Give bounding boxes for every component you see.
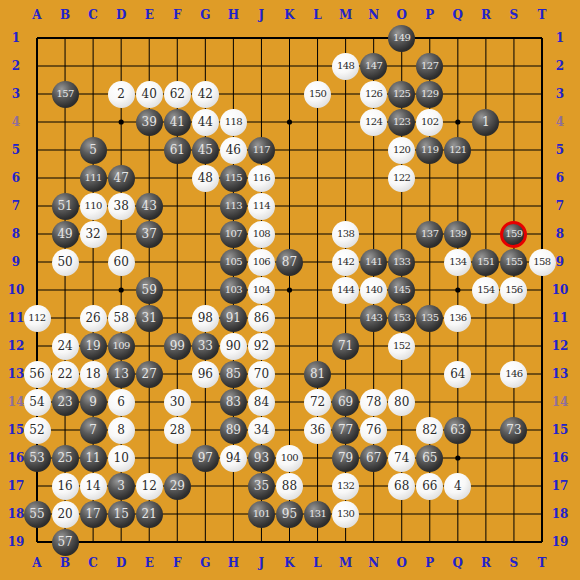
stone-b18-move-20[interactable]: 20 xyxy=(52,501,79,528)
stone-move-number: 45 xyxy=(198,144,213,156)
stone-move-number: 135 xyxy=(421,313,438,323)
stone-c18-move-17[interactable]: 17 xyxy=(80,501,107,528)
stone-n9-move-141[interactable]: 141 xyxy=(360,249,387,276)
stone-g11-move-98[interactable]: 98 xyxy=(192,305,219,332)
stone-l13-move-81[interactable]: 81 xyxy=(304,361,331,388)
stone-h4-move-118[interactable]: 118 xyxy=(220,109,247,136)
stone-g12-move-33[interactable]: 33 xyxy=(192,333,219,360)
stone-f12-move-99[interactable]: 99 xyxy=(164,333,191,360)
stone-j10-move-104[interactable]: 104 xyxy=(248,277,275,304)
stone-move-number: 113 xyxy=(225,201,242,211)
stone-f14-move-30[interactable]: 30 xyxy=(164,389,191,416)
stone-j15-move-34[interactable]: 34 xyxy=(248,417,275,444)
stone-h14-move-83[interactable]: 83 xyxy=(220,389,247,416)
col-label-bottom-p: P xyxy=(425,557,434,569)
stone-move-number: 92 xyxy=(254,340,269,352)
stone-j11-move-86[interactable]: 86 xyxy=(248,305,275,332)
stone-e4-move-39[interactable]: 39 xyxy=(136,109,163,136)
stone-c6-move-111[interactable]: 111 xyxy=(80,165,107,192)
stone-move-number: 82 xyxy=(422,424,437,436)
stone-j12-move-92[interactable]: 92 xyxy=(248,333,275,360)
stone-d7-move-38[interactable]: 38 xyxy=(108,193,135,220)
stone-move-number: 36 xyxy=(310,424,325,436)
stone-g16-move-97[interactable]: 97 xyxy=(192,445,219,472)
stone-d13-move-13[interactable]: 13 xyxy=(108,361,135,388)
row-label-right-19: 19 xyxy=(552,536,569,548)
stone-move-number: 40 xyxy=(142,88,157,100)
stone-move-number: 31 xyxy=(142,312,157,324)
stone-move-number: 97 xyxy=(198,452,213,464)
stone-h8-move-107[interactable]: 107 xyxy=(220,221,247,248)
stone-move-number: 151 xyxy=(477,257,494,267)
stone-b17-move-16[interactable]: 16 xyxy=(52,473,79,500)
stone-h15-move-89[interactable]: 89 xyxy=(220,417,247,444)
stone-o11-move-153[interactable]: 153 xyxy=(388,305,415,332)
stone-b14-move-23[interactable]: 23 xyxy=(52,389,79,416)
stone-o9-move-133[interactable]: 133 xyxy=(388,249,415,276)
stone-move-number: 39 xyxy=(142,116,157,128)
stone-move-number: 24 xyxy=(57,340,72,352)
stone-n2-move-147[interactable]: 147 xyxy=(360,53,387,80)
stone-d15-move-8[interactable]: 8 xyxy=(108,417,135,444)
stone-move-number: 119 xyxy=(421,145,438,155)
stone-move-number: 52 xyxy=(29,424,44,436)
stone-move-number: 2 xyxy=(117,88,125,100)
col-label-top-l: L xyxy=(313,9,321,21)
stone-move-number: 101 xyxy=(253,509,270,519)
stone-j14-move-84[interactable]: 84 xyxy=(248,389,275,416)
stone-move-number: 66 xyxy=(422,480,437,492)
stone-move-number: 55 xyxy=(29,508,44,520)
stone-b16-move-25[interactable]: 25 xyxy=(52,445,79,472)
col-label-bottom-o: O xyxy=(396,557,406,569)
col-label-top-n: N xyxy=(368,9,379,21)
stone-move-number: 111 xyxy=(84,173,101,183)
stone-e7-move-43[interactable]: 43 xyxy=(136,193,163,220)
stone-o6-move-122[interactable]: 122 xyxy=(388,165,415,192)
stone-j17-move-35[interactable]: 35 xyxy=(248,473,275,500)
stone-r10-move-154[interactable]: 154 xyxy=(472,277,499,304)
stone-move-number: 72 xyxy=(310,396,325,408)
stone-k16-move-100[interactable]: 100 xyxy=(276,445,303,472)
row-label-right-7: 7 xyxy=(556,200,564,212)
stone-j13-move-70[interactable]: 70 xyxy=(248,361,275,388)
stone-h7-move-113[interactable]: 113 xyxy=(220,193,247,220)
row-label-right-16: 16 xyxy=(552,452,569,464)
stone-o10-move-145[interactable]: 145 xyxy=(388,277,415,304)
stone-move-number: 129 xyxy=(421,89,438,99)
stone-g13-move-96[interactable]: 96 xyxy=(192,361,219,388)
stone-p16-move-65[interactable]: 65 xyxy=(416,445,443,472)
stone-d11-move-58[interactable]: 58 xyxy=(108,305,135,332)
stone-o4-move-123[interactable]: 123 xyxy=(388,109,415,136)
stone-move-number: 71 xyxy=(338,340,353,352)
col-label-bottom-g: G xyxy=(200,557,210,569)
stone-move-number: 157 xyxy=(56,89,73,99)
stone-n11-move-143[interactable]: 143 xyxy=(360,305,387,332)
stone-move-number: 33 xyxy=(198,340,213,352)
stone-move-number: 25 xyxy=(57,452,72,464)
stone-b12-move-24[interactable]: 24 xyxy=(52,333,79,360)
stone-move-number: 98 xyxy=(198,312,213,324)
stone-d9-move-60[interactable]: 60 xyxy=(108,249,135,276)
col-label-bottom-l: L xyxy=(313,557,321,569)
stone-move-number: 114 xyxy=(253,201,270,211)
stone-move-number: 4 xyxy=(454,480,462,492)
stone-p17-move-66[interactable]: 66 xyxy=(416,473,443,500)
stone-move-number: 87 xyxy=(282,256,297,268)
stone-move-number: 143 xyxy=(365,313,382,323)
stone-move-number: 70 xyxy=(254,368,269,380)
stone-e18-move-21[interactable]: 21 xyxy=(136,501,163,528)
row-label-left-17: 17 xyxy=(8,480,25,492)
stone-move-number: 18 xyxy=(85,368,100,380)
row-label-right-10: 10 xyxy=(552,284,569,296)
stone-move-number: 78 xyxy=(366,396,381,408)
stone-q13-move-64[interactable]: 64 xyxy=(444,361,471,388)
stone-h9-move-105[interactable]: 105 xyxy=(220,249,247,276)
stone-p11-move-135[interactable]: 135 xyxy=(416,305,443,332)
stone-move-number: 130 xyxy=(337,509,354,519)
stone-d6-move-47[interactable]: 47 xyxy=(108,165,135,192)
stone-move-number: 54 xyxy=(29,396,44,408)
stone-h6-move-115[interactable]: 115 xyxy=(220,165,247,192)
stone-q5-move-121[interactable]: 121 xyxy=(444,137,471,164)
stone-b19-move-57[interactable]: 57 xyxy=(52,529,79,556)
stone-s15-move-73[interactable]: 73 xyxy=(500,417,527,444)
stone-move-number: 93 xyxy=(254,452,269,464)
stone-o3-move-125[interactable]: 125 xyxy=(388,81,415,108)
stone-move-number: 27 xyxy=(142,368,157,380)
stone-move-number: 7 xyxy=(89,424,97,436)
stone-move-number: 49 xyxy=(57,228,72,240)
stone-b9-move-50[interactable]: 50 xyxy=(52,249,79,276)
stone-s9-move-155[interactable]: 155 xyxy=(500,249,527,276)
stone-a11-move-112[interactable]: 112 xyxy=(24,305,51,332)
stone-move-number: 155 xyxy=(505,257,522,267)
row-label-right-8: 8 xyxy=(556,228,564,240)
stone-move-number: 147 xyxy=(365,61,382,71)
stone-p5-move-119[interactable]: 119 xyxy=(416,137,443,164)
stone-p15-move-82[interactable]: 82 xyxy=(416,417,443,444)
row-label-left-6: 6 xyxy=(12,172,20,184)
stone-r4-move-1[interactable]: 1 xyxy=(472,109,499,136)
stone-move-number: 131 xyxy=(309,509,326,519)
stone-move-number: 104 xyxy=(253,285,270,295)
stone-move-number: 69 xyxy=(338,396,353,408)
stone-move-number: 74 xyxy=(394,452,409,464)
row-label-left-5: 5 xyxy=(12,144,20,156)
stone-o16-move-74[interactable]: 74 xyxy=(388,445,415,472)
col-label-bottom-s: S xyxy=(510,557,519,569)
stone-move-number: 116 xyxy=(253,173,270,183)
stone-g5-move-45[interactable]: 45 xyxy=(192,137,219,164)
col-label-bottom-f: F xyxy=(173,557,182,569)
stone-n3-move-126[interactable]: 126 xyxy=(360,81,387,108)
stone-c7-move-110[interactable]: 110 xyxy=(80,193,107,220)
stone-s8-move-159[interactable]: 159 xyxy=(500,221,527,248)
col-label-bottom-k: K xyxy=(284,557,294,569)
stone-move-number: 58 xyxy=(114,312,129,324)
stone-move-number: 10 xyxy=(114,452,129,464)
stone-n15-move-76[interactable]: 76 xyxy=(360,417,387,444)
stone-c5-move-5[interactable]: 5 xyxy=(80,137,107,164)
stone-f5-move-61[interactable]: 61 xyxy=(164,137,191,164)
stone-c11-move-26[interactable]: 26 xyxy=(80,305,107,332)
star-point-d10 xyxy=(119,287,124,292)
stone-move-number: 110 xyxy=(84,201,101,211)
stone-e17-move-12[interactable]: 12 xyxy=(136,473,163,500)
stone-move-number: 19 xyxy=(85,340,100,352)
stone-a14-move-54[interactable]: 54 xyxy=(24,389,51,416)
stone-j18-move-101[interactable]: 101 xyxy=(248,501,275,528)
stone-o5-move-120[interactable]: 120 xyxy=(388,137,415,164)
stone-move-number: 15 xyxy=(114,508,129,520)
stone-r9-move-151[interactable]: 151 xyxy=(472,249,499,276)
stone-l18-move-131[interactable]: 131 xyxy=(304,501,331,528)
stone-move-number: 59 xyxy=(142,284,157,296)
stone-move-number: 63 xyxy=(450,424,465,436)
stone-move-number: 117 xyxy=(253,145,270,155)
stone-move-number: 145 xyxy=(393,285,410,295)
star-point-q10 xyxy=(455,287,460,292)
stone-p4-move-102[interactable]: 102 xyxy=(416,109,443,136)
stone-j6-move-116[interactable]: 116 xyxy=(248,165,275,192)
stone-move-number: 89 xyxy=(226,424,241,436)
stone-move-number: 56 xyxy=(29,368,44,380)
stone-o14-move-80[interactable]: 80 xyxy=(388,389,415,416)
stone-p2-move-127[interactable]: 127 xyxy=(416,53,443,80)
stone-move-number: 14 xyxy=(85,480,100,492)
stone-o1-move-149[interactable]: 149 xyxy=(388,25,415,52)
stone-move-number: 44 xyxy=(198,116,213,128)
stone-move-number: 8 xyxy=(117,424,125,436)
stone-c16-move-11[interactable]: 11 xyxy=(80,445,107,472)
stone-m8-move-138[interactable]: 138 xyxy=(332,221,359,248)
stone-move-number: 43 xyxy=(142,200,157,212)
stone-c17-move-14[interactable]: 14 xyxy=(80,473,107,500)
stone-m18-move-130[interactable]: 130 xyxy=(332,501,359,528)
stone-k9-move-87[interactable]: 87 xyxy=(276,249,303,276)
stone-c15-move-7[interactable]: 7 xyxy=(80,417,107,444)
stone-move-number: 141 xyxy=(365,257,382,267)
col-label-top-s: S xyxy=(510,9,519,21)
stone-move-number: 152 xyxy=(393,341,410,351)
stone-move-number: 149 xyxy=(393,33,410,43)
stone-d17-move-3[interactable]: 3 xyxy=(108,473,135,500)
stone-m9-move-142[interactable]: 142 xyxy=(332,249,359,276)
stone-q8-move-139[interactable]: 139 xyxy=(444,221,471,248)
stone-d3-move-2[interactable]: 2 xyxy=(108,81,135,108)
stone-f3-move-62[interactable]: 62 xyxy=(164,81,191,108)
stone-move-number: 150 xyxy=(309,89,326,99)
stone-move-number: 158 xyxy=(533,257,550,267)
stone-j16-move-93[interactable]: 93 xyxy=(248,445,275,472)
stone-move-number: 26 xyxy=(85,312,100,324)
stone-g4-move-44[interactable]: 44 xyxy=(192,109,219,136)
stone-move-number: 17 xyxy=(85,508,100,520)
stone-o17-move-68[interactable]: 68 xyxy=(388,473,415,500)
stone-move-number: 144 xyxy=(337,285,354,295)
row-label-left-18: 18 xyxy=(8,508,25,520)
stone-move-number: 105 xyxy=(225,257,242,267)
stone-n10-move-140[interactable]: 140 xyxy=(360,277,387,304)
row-label-left-11: 11 xyxy=(8,312,25,324)
stone-f4-move-41[interactable]: 41 xyxy=(164,109,191,136)
stone-move-number: 79 xyxy=(338,452,353,464)
stone-move-number: 81 xyxy=(310,368,325,380)
stone-move-number: 34 xyxy=(254,424,269,436)
stone-move-number: 16 xyxy=(57,480,72,492)
stone-j9-move-106[interactable]: 106 xyxy=(248,249,275,276)
stone-c12-move-19[interactable]: 19 xyxy=(80,333,107,360)
stone-m14-move-69[interactable]: 69 xyxy=(332,389,359,416)
stone-c13-move-18[interactable]: 18 xyxy=(80,361,107,388)
col-label-bottom-t: T xyxy=(538,557,547,569)
col-label-bottom-h: H xyxy=(228,557,239,569)
col-label-top-t: T xyxy=(538,9,547,21)
stone-q15-move-63[interactable]: 63 xyxy=(444,417,471,444)
stone-n14-move-78[interactable]: 78 xyxy=(360,389,387,416)
stone-e3-move-40[interactable]: 40 xyxy=(136,81,163,108)
stone-b7-move-51[interactable]: 51 xyxy=(52,193,79,220)
stone-move-number: 65 xyxy=(422,452,437,464)
stone-s13-move-146[interactable]: 146 xyxy=(500,361,527,388)
stone-a18-move-55[interactable]: 55 xyxy=(24,501,51,528)
stone-move-number: 48 xyxy=(198,172,213,184)
stone-h11-move-91[interactable]: 91 xyxy=(220,305,247,332)
col-label-top-b: B xyxy=(60,9,70,21)
stone-h5-move-46[interactable]: 46 xyxy=(220,137,247,164)
stone-move-number: 50 xyxy=(57,256,72,268)
stone-b8-move-49[interactable]: 49 xyxy=(52,221,79,248)
stone-move-number: 60 xyxy=(114,256,129,268)
stone-j5-move-117[interactable]: 117 xyxy=(248,137,275,164)
stone-m17-move-132[interactable]: 132 xyxy=(332,473,359,500)
stone-move-number: 100 xyxy=(281,453,298,463)
stone-e8-move-37[interactable]: 37 xyxy=(136,221,163,248)
stone-e11-move-31[interactable]: 31 xyxy=(136,305,163,332)
stone-g6-move-48[interactable]: 48 xyxy=(192,165,219,192)
stone-move-number: 85 xyxy=(226,368,241,380)
stone-k17-move-88[interactable]: 88 xyxy=(276,473,303,500)
stone-a15-move-52[interactable]: 52 xyxy=(24,417,51,444)
stone-move-number: 51 xyxy=(57,200,72,212)
col-label-top-m: M xyxy=(339,9,352,21)
stone-move-number: 125 xyxy=(393,89,410,99)
stone-move-number: 20 xyxy=(57,508,72,520)
stone-c8-move-32[interactable]: 32 xyxy=(80,221,107,248)
col-label-bottom-a: A xyxy=(32,557,41,569)
row-label-left-8: 8 xyxy=(12,228,20,240)
stone-move-number: 57 xyxy=(57,536,72,548)
stone-move-number: 122 xyxy=(393,173,410,183)
stone-move-number: 3 xyxy=(117,480,125,492)
stone-f15-move-28[interactable]: 28 xyxy=(164,417,191,444)
stone-d12-move-109[interactable]: 109 xyxy=(108,333,135,360)
stone-e13-move-27[interactable]: 27 xyxy=(136,361,163,388)
stone-a13-move-56[interactable]: 56 xyxy=(24,361,51,388)
row-label-left-9: 9 xyxy=(12,256,20,268)
stone-d18-move-15[interactable]: 15 xyxy=(108,501,135,528)
stone-m15-move-77[interactable]: 77 xyxy=(332,417,359,444)
stone-j8-move-108[interactable]: 108 xyxy=(248,221,275,248)
stone-move-number: 11 xyxy=(85,452,100,464)
row-label-right-4: 4 xyxy=(556,116,564,128)
stone-q17-move-4[interactable]: 4 xyxy=(444,473,471,500)
stone-k18-move-95[interactable]: 95 xyxy=(276,501,303,528)
stone-h10-move-103[interactable]: 103 xyxy=(220,277,247,304)
stone-m12-move-71[interactable]: 71 xyxy=(332,333,359,360)
stone-move-number: 46 xyxy=(226,144,241,156)
stone-move-number: 5 xyxy=(89,144,97,156)
stone-t9-move-158[interactable]: 158 xyxy=(529,249,556,276)
stone-l3-move-150[interactable]: 150 xyxy=(304,81,331,108)
stone-q11-move-136[interactable]: 136 xyxy=(444,305,471,332)
stone-q9-move-134[interactable]: 134 xyxy=(444,249,471,276)
stone-g3-move-42[interactable]: 42 xyxy=(192,81,219,108)
stone-move-number: 139 xyxy=(449,229,466,239)
stone-b3-move-157[interactable]: 157 xyxy=(52,81,79,108)
stone-e10-move-59[interactable]: 59 xyxy=(136,277,163,304)
stone-c14-move-9[interactable]: 9 xyxy=(80,389,107,416)
stone-m10-move-144[interactable]: 144 xyxy=(332,277,359,304)
stone-d16-move-10[interactable]: 10 xyxy=(108,445,135,472)
row-label-right-17: 17 xyxy=(552,480,569,492)
stone-n16-move-67[interactable]: 67 xyxy=(360,445,387,472)
star-point-q16 xyxy=(455,455,460,460)
row-label-left-13: 13 xyxy=(8,368,25,380)
stone-move-number: 12 xyxy=(142,480,157,492)
stone-h12-move-90[interactable]: 90 xyxy=(220,333,247,360)
stone-p8-move-137[interactable]: 137 xyxy=(416,221,443,248)
col-label-bottom-m: M xyxy=(339,557,352,569)
stone-move-number: 106 xyxy=(253,257,270,267)
stone-m16-move-79[interactable]: 79 xyxy=(332,445,359,472)
stone-a16-move-53[interactable]: 53 xyxy=(24,445,51,472)
stone-move-number: 112 xyxy=(28,313,45,323)
stone-m2-move-148[interactable]: 148 xyxy=(332,53,359,80)
stone-b13-move-22[interactable]: 22 xyxy=(52,361,79,388)
stone-n4-move-124[interactable]: 124 xyxy=(360,109,387,136)
star-point-q4 xyxy=(455,119,460,124)
stone-move-number: 84 xyxy=(254,396,269,408)
stone-j7-move-114[interactable]: 114 xyxy=(248,193,275,220)
stone-l15-move-36[interactable]: 36 xyxy=(304,417,331,444)
stone-o12-move-152[interactable]: 152 xyxy=(388,333,415,360)
row-label-right-14: 14 xyxy=(552,396,569,408)
stone-h13-move-85[interactable]: 85 xyxy=(220,361,247,388)
stone-move-number: 120 xyxy=(393,145,410,155)
stone-l14-move-72[interactable]: 72 xyxy=(304,389,331,416)
stone-s10-move-156[interactable]: 156 xyxy=(500,277,527,304)
col-label-bottom-n: N xyxy=(368,557,379,569)
row-label-left-19: 19 xyxy=(8,536,25,548)
star-point-k10 xyxy=(287,287,292,292)
stone-move-number: 21 xyxy=(142,508,157,520)
stone-f17-move-29[interactable]: 29 xyxy=(164,473,191,500)
stone-d14-move-6[interactable]: 6 xyxy=(108,389,135,416)
stone-move-number: 61 xyxy=(170,144,185,156)
stone-move-number: 103 xyxy=(225,285,242,295)
stone-move-number: 32 xyxy=(85,228,100,240)
stone-h16-move-94[interactable]: 94 xyxy=(220,445,247,472)
stone-move-number: 134 xyxy=(449,257,466,267)
stone-move-number: 140 xyxy=(365,285,382,295)
stone-p3-move-129[interactable]: 129 xyxy=(416,81,443,108)
col-label-top-o: O xyxy=(396,9,406,21)
row-label-left-3: 3 xyxy=(12,88,20,100)
